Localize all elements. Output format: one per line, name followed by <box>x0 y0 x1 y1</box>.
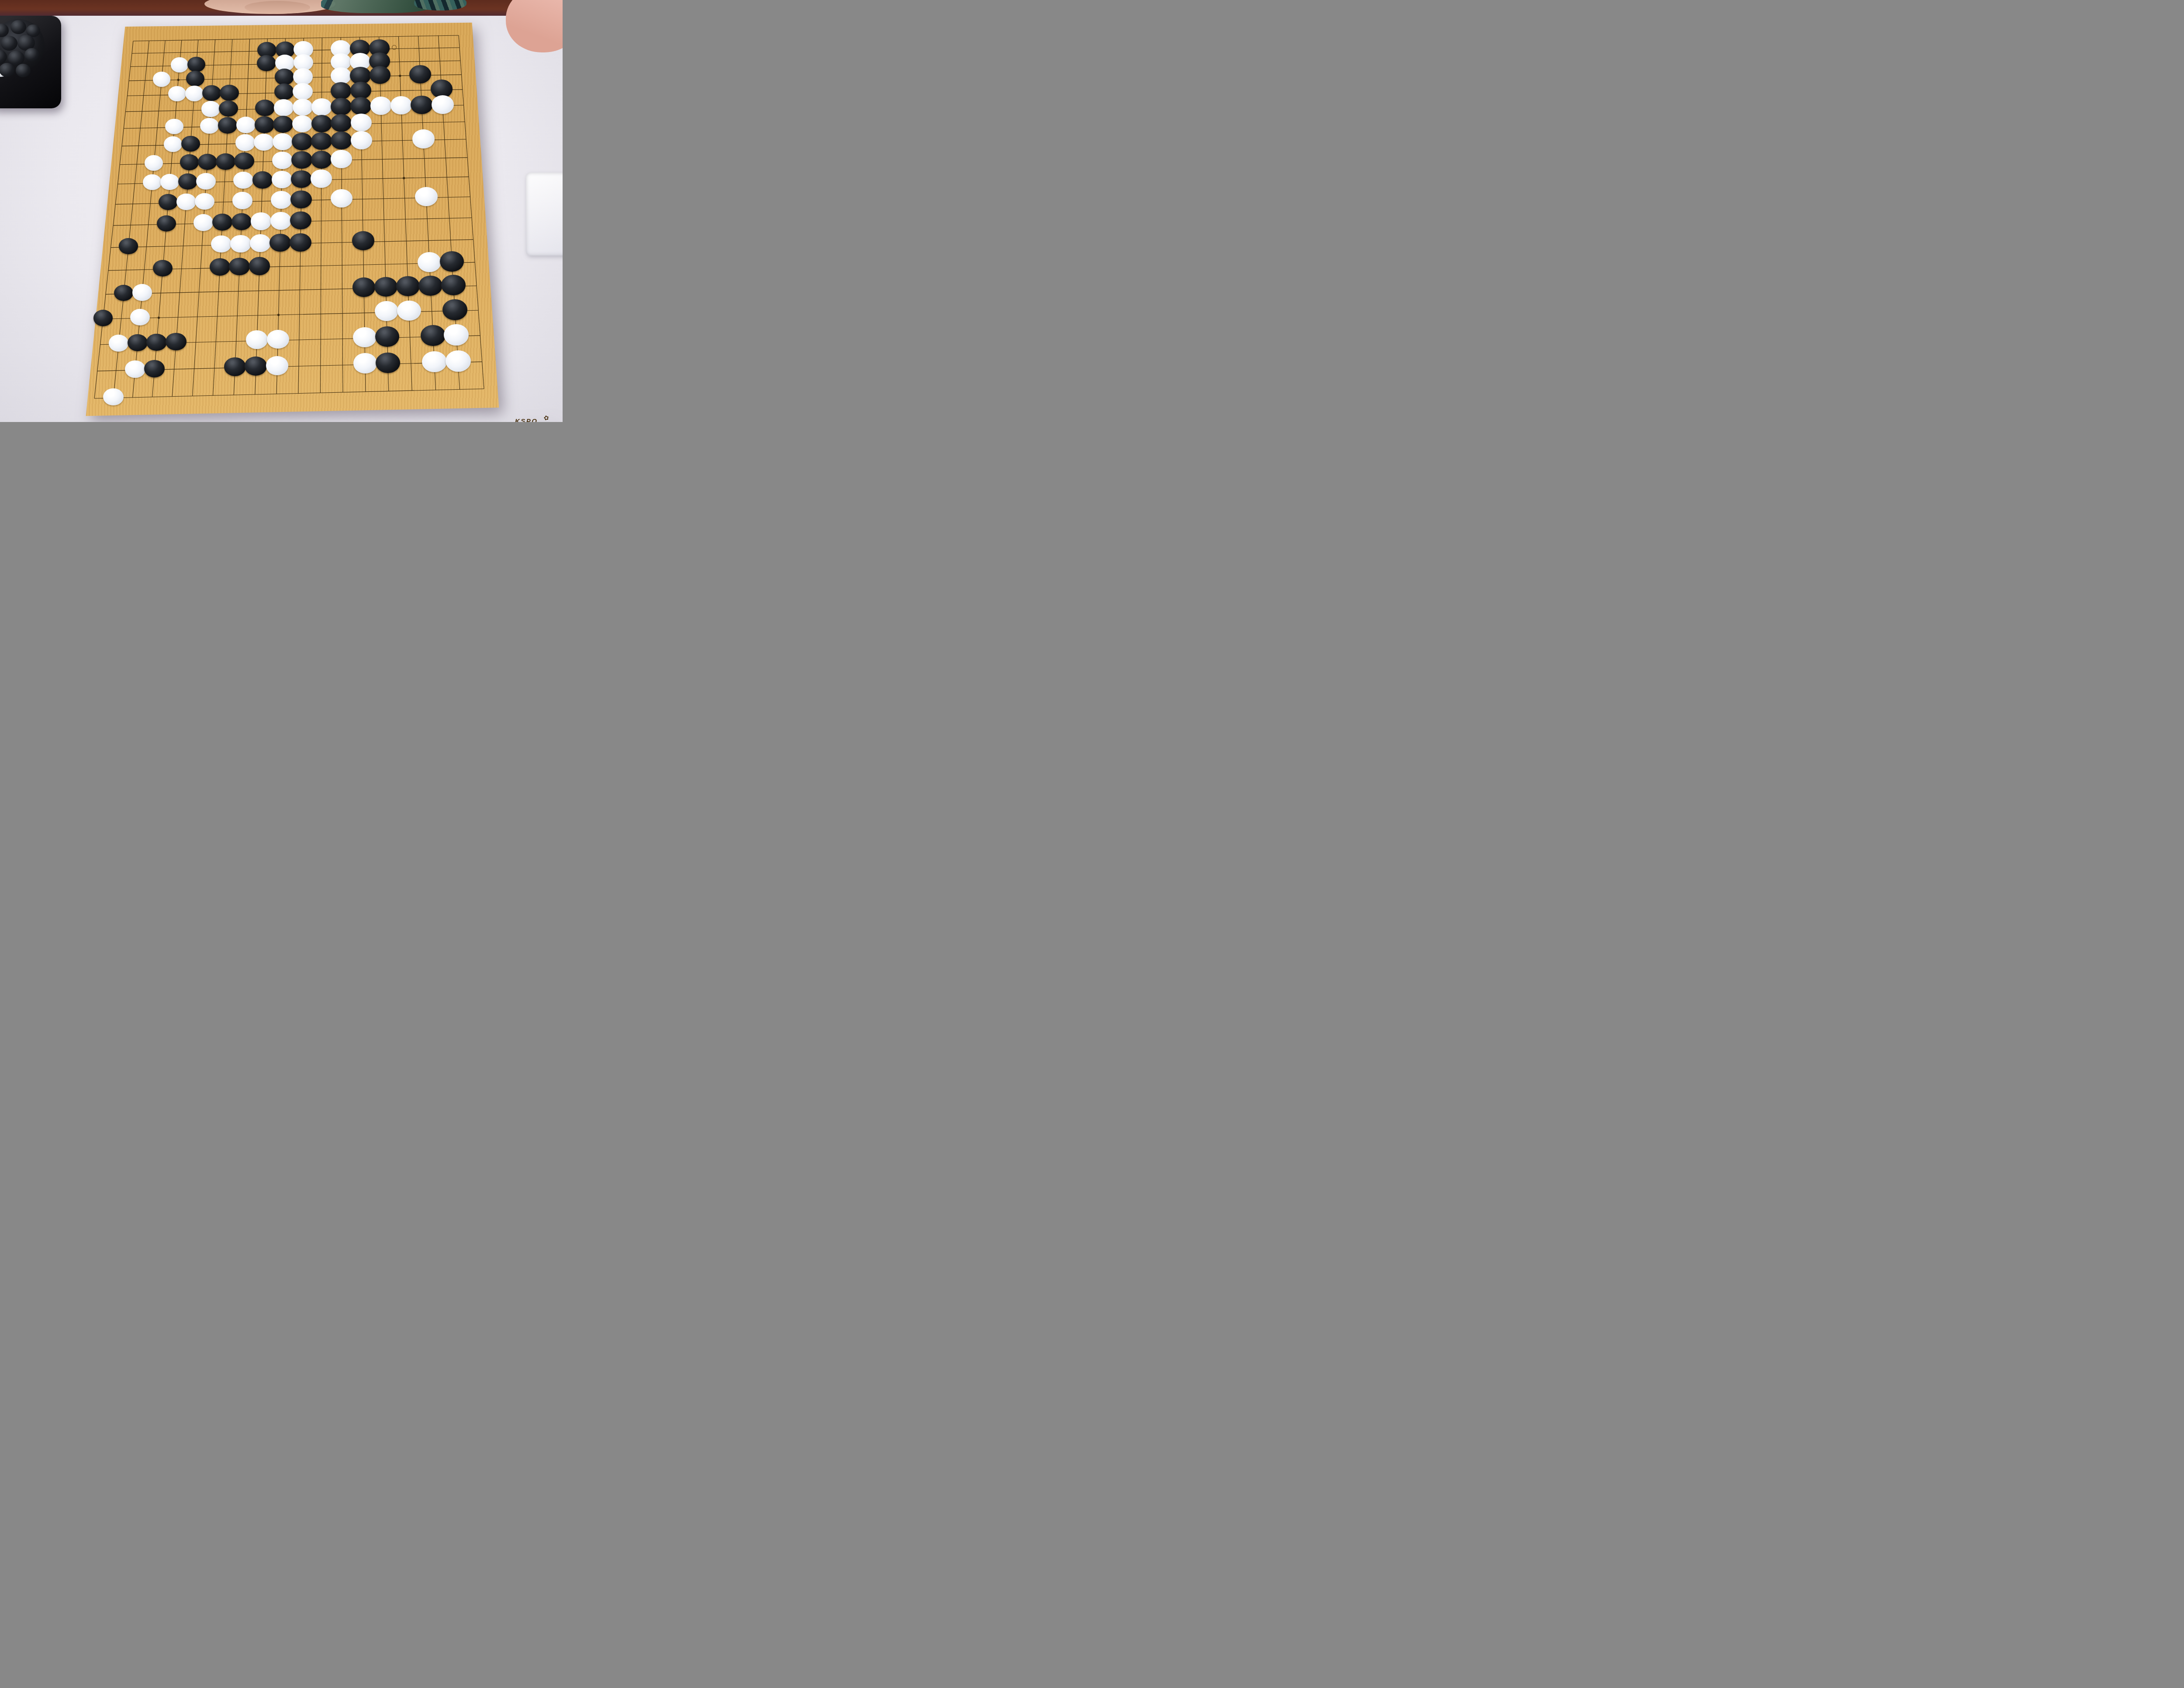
stone-white <box>130 309 150 326</box>
bowl-black-stone <box>0 63 15 77</box>
stone-white <box>211 235 232 253</box>
stone-white <box>390 96 412 114</box>
white-stone-tray <box>526 173 563 256</box>
stone-white <box>397 301 421 321</box>
bowl-black-stone <box>1 36 17 51</box>
stone-white <box>176 194 196 210</box>
stone-black <box>374 277 398 297</box>
stone-black <box>411 96 432 114</box>
stone-black <box>245 356 267 375</box>
stone-white <box>311 169 332 187</box>
stone-black <box>119 238 138 254</box>
stone-black <box>224 357 246 376</box>
stone-white <box>251 212 272 230</box>
stone-black <box>274 83 294 100</box>
stone-white <box>418 252 441 272</box>
stone-white <box>271 191 292 209</box>
stone-black <box>292 133 312 150</box>
stone-white <box>311 98 332 116</box>
stone-black <box>128 334 148 351</box>
stone-black <box>331 131 352 149</box>
photo-canvas: KOREA BADUK ASSOCIATION Ministry of Cult… <box>0 0 563 422</box>
stone-white <box>232 192 252 209</box>
stone-white <box>270 212 291 230</box>
stone-white <box>250 234 271 252</box>
stone-black <box>157 215 176 232</box>
stone-black <box>290 233 311 252</box>
stone-black <box>216 153 235 170</box>
stone-black <box>441 275 466 295</box>
player-hand <box>245 1 310 14</box>
stone-white <box>444 324 469 346</box>
stone-black <box>376 353 400 373</box>
stone-white <box>272 171 292 188</box>
korea-baduk-logo-icon <box>392 45 397 50</box>
go-board: KOREA BADUK ASSOCIATION Ministry of Cult… <box>81 22 502 422</box>
stone-black <box>352 231 375 250</box>
stone-white <box>274 99 294 116</box>
stone-black <box>421 325 445 346</box>
stone-white <box>171 57 189 73</box>
stone-white <box>446 350 471 372</box>
stone-black <box>181 136 200 152</box>
stone-black <box>220 85 238 101</box>
stone-white <box>432 95 454 114</box>
stone-white <box>132 284 152 301</box>
stone-white <box>125 360 145 378</box>
stone-white <box>109 335 128 352</box>
stone-white <box>185 86 204 101</box>
stone-white <box>103 388 124 406</box>
stone-white <box>143 174 162 190</box>
stone-black <box>252 171 273 189</box>
stone-black <box>275 69 294 85</box>
stone-black <box>255 100 275 116</box>
stone-black <box>212 214 232 231</box>
stone-white <box>272 152 293 169</box>
bowl-black-stone <box>24 48 39 62</box>
stone-black <box>290 211 311 230</box>
stone-white <box>235 134 255 151</box>
stone-white <box>160 174 179 190</box>
stone-black <box>352 277 376 297</box>
stone-black <box>93 310 113 326</box>
stone-black <box>178 173 197 190</box>
stone-white <box>353 353 377 374</box>
stone-black <box>144 360 165 377</box>
stone-white <box>331 150 352 168</box>
stone-white <box>196 173 216 190</box>
stone-white <box>266 356 289 375</box>
stone-black <box>311 132 332 150</box>
stone-black <box>249 257 270 275</box>
black-stone-bowl <box>0 16 61 108</box>
stone-black <box>210 258 230 276</box>
stone-black <box>331 82 351 100</box>
stone-black <box>146 334 167 351</box>
stone-black <box>290 190 312 208</box>
stone-white <box>293 68 313 85</box>
stone-white <box>412 129 435 148</box>
stone-black <box>375 326 399 347</box>
stone-white <box>353 327 377 347</box>
stone-white <box>415 187 438 207</box>
stone-white <box>370 97 392 115</box>
stone-black <box>331 98 352 115</box>
stone-white <box>164 136 182 152</box>
kspo-label: KSPO <box>515 417 538 422</box>
stone-black <box>218 117 237 133</box>
stone-black <box>219 100 238 117</box>
stone-black <box>198 154 217 170</box>
stone-black <box>350 82 371 100</box>
stone-white <box>194 214 214 231</box>
stone-white <box>254 134 274 151</box>
stone-white <box>422 351 447 373</box>
stone-white <box>351 131 372 149</box>
stone-black <box>180 154 199 170</box>
bowl-black-stone <box>16 64 31 77</box>
stone-white <box>293 99 313 116</box>
stone-black <box>291 151 312 169</box>
stone-white <box>201 101 220 117</box>
stone-white <box>230 235 251 253</box>
stone-black <box>311 115 332 132</box>
stone-white <box>267 330 289 349</box>
stone-white <box>293 83 313 100</box>
stone-white <box>375 301 398 321</box>
stone-white <box>153 72 170 86</box>
stone-black <box>311 151 332 169</box>
stone-black <box>255 116 274 133</box>
stone-black <box>409 65 431 83</box>
stone-black <box>166 333 187 350</box>
stone-black <box>234 152 254 169</box>
stone-black <box>153 260 173 277</box>
stone-black <box>186 71 204 86</box>
stone-black <box>270 234 291 252</box>
stone-black <box>442 299 467 320</box>
stone-black <box>159 194 178 210</box>
